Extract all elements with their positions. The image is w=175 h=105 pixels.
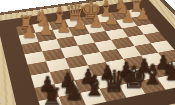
chess-board: ♜♞♝♛♚♝♞♜♟♟♟♟♟♟♟♟♟♟♟♟♟♟♟♟♜♞♝♛♚♝♞♜ bbox=[0, 0, 175, 105]
square-c3 bbox=[56, 36, 77, 48]
piece-black-rook: ♜ bbox=[32, 84, 73, 105]
square-a8: ♜ bbox=[38, 97, 64, 105]
square-b3 bbox=[39, 39, 60, 51]
squares-grid: ♜♞♝♛♚♝♞♜♟♟♟♟♟♟♟♟♟♟♟♟♟♟♟♟♜♞♝♛♚♝♞♜ bbox=[16, 8, 175, 105]
board-outer-frame: ♜♞♝♛♚♝♞♜♟♟♟♟♟♟♟♟♟♟♟♟♟♟♟♟♜♞♝♛♚♝♞♜ bbox=[0, 0, 175, 105]
piece-white-pawn: ♟ bbox=[13, 23, 46, 40]
inlay-strip: ♜♞♝♛♚♝♞♜♟♟♟♟♟♟♟♟♟♟♟♟♟♟♟♟♜♞♝♛♚♝♞♜ bbox=[0, 0, 175, 105]
board-scene: ♜♞♝♛♚♝♞♜♟♟♟♟♟♟♟♟♟♟♟♟♟♟♟♟♜♞♝♛♚♝♞♜ bbox=[0, 0, 175, 105]
board-inner-frame: ♜♞♝♛♚♝♞♜♟♟♟♟♟♟♟♟♟♟♟♟♟♟♟♟♜♞♝♛♚♝♞♜ bbox=[0, 0, 175, 105]
chess-set-photo: ♜♞♝♛♚♝♞♜♟♟♟♟♟♟♟♟♟♟♟♟♟♟♟♟♜♞♝♛♚♝♞♜ bbox=[0, 0, 175, 105]
